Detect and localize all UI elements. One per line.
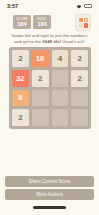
best-value: 184 [37,21,46,27]
battery-icon [84,4,92,8]
game-board[interactable]: 2 16 4 2 32 2 2 8 2 [9,47,91,129]
logo-tile-icon [79,23,83,28]
status-icons [76,4,92,9]
home-indicator-handle[interactable] [33,206,66,209]
tile-r0c0: 2 [12,50,29,67]
best-box: BEST 184 [33,15,51,29]
score-label: SCORE [16,17,28,21]
wifi-icon [76,4,82,9]
score-panel: SCORE 184 BEST 184 [13,15,51,29]
tile-r2c0: 8 [12,90,29,107]
tile-r1c1: 2 [32,70,49,87]
best-label: BEST [38,17,47,21]
instructions-line2-post: Good Luck! [61,39,85,44]
game-logo-button[interactable] [75,14,91,31]
tile-r3c2 [52,109,69,126]
score-value: 184 [17,21,26,27]
tile-r3c1 [32,109,49,126]
logo-tile-icon [84,18,88,23]
instructions-line2-pre: and get to the [14,39,42,44]
tile-r2c2 [52,90,69,107]
instructions-goal: 2048 tile! [42,39,61,44]
screen: 3:57 SCORE 184 BEST 184 Swipe left and r… [0,0,99,215]
logo-tile-icon [84,23,88,28]
tile-r1c3: 2 [71,70,88,87]
status-bar: 3:57 [0,0,99,12]
clock: 3:57 [7,3,18,9]
score-box: SCORE 184 [13,15,31,29]
share-score-button[interactable]: Share Current Score [5,176,94,187]
more-actions-button[interactable]: More Actions [5,189,94,200]
tile-r2c3 [71,90,88,107]
instructions-text: Swipe left and right to join the numbers… [2,33,97,46]
tile-r2c1 [32,90,49,107]
tile-r0c2: 4 [52,50,69,67]
tile-r1c2 [52,70,69,87]
tile-r1c0: 32 [12,70,29,87]
tile-r3c0: 2 [12,109,29,126]
tile-r0c3: 2 [71,50,88,67]
instructions-line1: Swipe left and right to join the numbers [12,33,88,38]
tile-r0c1: 16 [32,50,49,67]
tile-r3c3 [71,109,88,126]
logo-tile-icon [79,18,83,23]
